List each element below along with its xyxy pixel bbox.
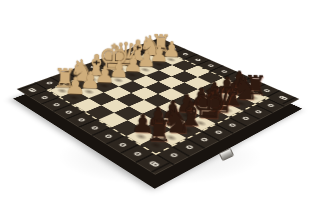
black-rook: ♜ — [145, 117, 168, 146]
product-photo: ♜♟♟♜♞♟♟♞♝♟♟♝♛♟♟♛♚♟♟♚♝♟♟♝♞♟♟♞♜♟♟♜ — [0, 0, 320, 221]
square — [104, 86, 131, 99]
white-pawn: ♟ — [64, 75, 84, 98]
